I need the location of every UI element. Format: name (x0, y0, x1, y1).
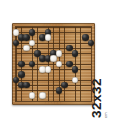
stones-layer (12, 23, 95, 105)
white-stone[interactable] (39, 92, 46, 99)
white-stone[interactable] (45, 66, 52, 73)
product-photo: ······· ······ 32x32 cm (0, 0, 114, 130)
white-stone[interactable] (23, 45, 30, 52)
black-stone[interactable] (88, 40, 95, 47)
black-stone[interactable] (23, 82, 30, 89)
black-stone[interactable] (56, 87, 63, 94)
black-stone[interactable] (72, 66, 79, 73)
size-label-value: 32x32 (90, 58, 103, 118)
game-board: ······· ······ (12, 23, 95, 105)
black-stone[interactable] (13, 40, 20, 47)
white-stone[interactable] (29, 40, 36, 47)
black-stone[interactable] (72, 50, 79, 57)
black-stone[interactable] (18, 71, 25, 78)
black-stone[interactable] (29, 29, 36, 36)
black-stone[interactable] (29, 61, 36, 68)
black-stone[interactable] (18, 61, 25, 68)
board-bottom-markings: ······ (12, 102, 95, 105)
white-stone[interactable] (56, 61, 63, 68)
size-label: 32x32 cm (90, 58, 114, 118)
white-stone[interactable] (45, 34, 52, 41)
black-stone[interactable] (61, 82, 68, 89)
white-stone[interactable] (72, 77, 79, 84)
white-stone[interactable] (29, 92, 36, 99)
